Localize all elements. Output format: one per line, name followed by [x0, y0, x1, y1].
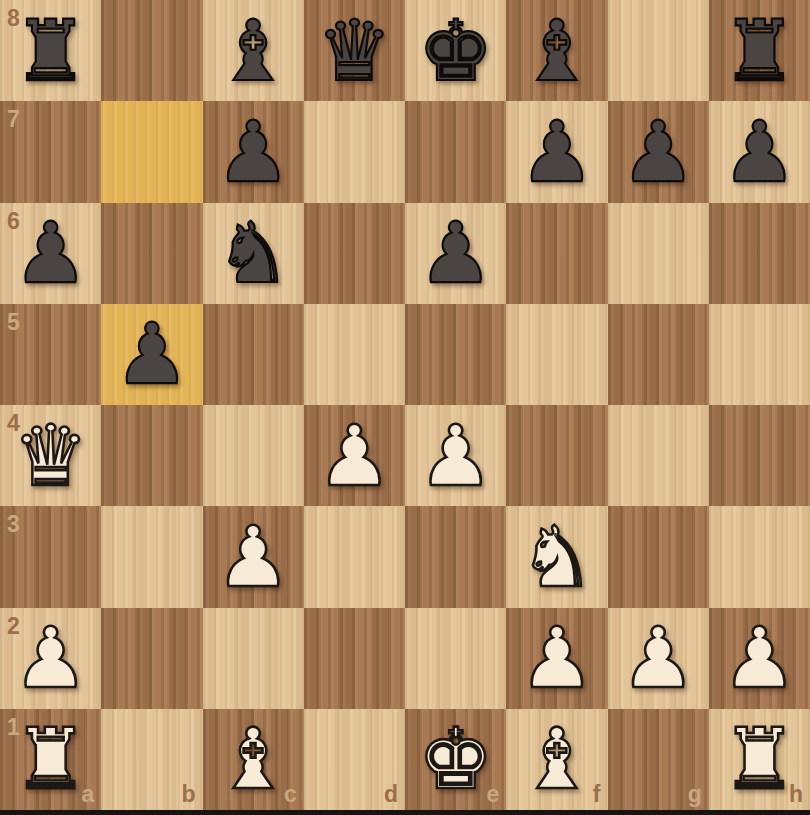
file-label-b: b	[181, 781, 195, 808]
square-b4[interactable]	[101, 405, 202, 506]
piece-black-queen[interactable]: ♛	[304, 0, 405, 101]
square-c3[interactable]: ♟	[203, 506, 304, 607]
square-a3[interactable]: 3	[0, 506, 101, 607]
piece-black-pawn[interactable]: ♟	[203, 101, 304, 202]
square-g8[interactable]	[608, 0, 709, 101]
square-h7[interactable]: ♟	[709, 101, 810, 202]
square-c5[interactable]	[203, 304, 304, 405]
piece-white-rook[interactable]: ♜	[0, 709, 101, 810]
square-a5[interactable]: 5	[0, 304, 101, 405]
square-a4[interactable]: 4♛	[0, 405, 101, 506]
piece-black-knight[interactable]: ♞	[203, 203, 304, 304]
piece-black-pawn[interactable]: ♟	[608, 101, 709, 202]
square-h1[interactable]: h♜	[709, 709, 810, 810]
piece-black-bishop[interactable]: ♝	[203, 0, 304, 101]
file-label-d: d	[384, 781, 398, 808]
file-label-g: g	[688, 781, 702, 808]
square-e2[interactable]	[405, 608, 506, 709]
piece-white-rook[interactable]: ♜	[709, 709, 810, 810]
square-b5[interactable]: ♟	[101, 304, 202, 405]
square-f4[interactable]	[506, 405, 607, 506]
rank-label-5: 5	[7, 309, 20, 336]
piece-white-king[interactable]: ♚	[405, 709, 506, 810]
chess-app-window: 8♜♝♛♚♝♜7♟♟♟♟6♟♞♟5♟4♛♟♟3♟♞2♟♟♟♟1a♜bc♝de♚f…	[0, 0, 810, 815]
square-d7[interactable]	[304, 101, 405, 202]
square-g4[interactable]	[608, 405, 709, 506]
piece-black-pawn[interactable]: ♟	[506, 101, 607, 202]
square-b7[interactable]	[101, 101, 202, 202]
piece-white-bishop[interactable]: ♝	[506, 709, 607, 810]
square-b1[interactable]: b	[101, 709, 202, 810]
square-a7[interactable]: 7	[0, 101, 101, 202]
square-e6[interactable]: ♟	[405, 203, 506, 304]
square-g3[interactable]	[608, 506, 709, 607]
square-b3[interactable]	[101, 506, 202, 607]
square-e7[interactable]	[405, 101, 506, 202]
square-g7[interactable]: ♟	[608, 101, 709, 202]
piece-white-pawn[interactable]: ♟	[203, 506, 304, 607]
piece-white-pawn[interactable]: ♟	[506, 608, 607, 709]
square-h2[interactable]: ♟	[709, 608, 810, 709]
square-d5[interactable]	[304, 304, 405, 405]
square-f6[interactable]	[506, 203, 607, 304]
square-g5[interactable]	[608, 304, 709, 405]
square-c7[interactable]: ♟	[203, 101, 304, 202]
square-f7[interactable]: ♟	[506, 101, 607, 202]
square-b6[interactable]	[101, 203, 202, 304]
square-e5[interactable]	[405, 304, 506, 405]
piece-black-pawn[interactable]: ♟	[709, 101, 810, 202]
window-edge-bar	[0, 810, 810, 815]
square-a2[interactable]: 2♟	[0, 608, 101, 709]
piece-black-pawn[interactable]: ♟	[405, 203, 506, 304]
piece-white-pawn[interactable]: ♟	[405, 405, 506, 506]
square-c1[interactable]: c♝	[203, 709, 304, 810]
square-c2[interactable]	[203, 608, 304, 709]
piece-white-bishop[interactable]: ♝	[203, 709, 304, 810]
square-c8[interactable]: ♝	[203, 0, 304, 101]
piece-white-queen[interactable]: ♛	[0, 405, 101, 506]
piece-black-pawn[interactable]: ♟	[0, 203, 101, 304]
square-d2[interactable]	[304, 608, 405, 709]
square-c6[interactable]: ♞	[203, 203, 304, 304]
square-f2[interactable]: ♟	[506, 608, 607, 709]
square-a6[interactable]: 6♟	[0, 203, 101, 304]
piece-white-pawn[interactable]: ♟	[608, 608, 709, 709]
square-b2[interactable]	[101, 608, 202, 709]
rank-label-3: 3	[7, 511, 20, 538]
square-b8[interactable]	[101, 0, 202, 101]
piece-white-pawn[interactable]: ♟	[0, 608, 101, 709]
square-g2[interactable]: ♟	[608, 608, 709, 709]
piece-black-pawn[interactable]: ♟	[101, 304, 202, 405]
square-g1[interactable]: g	[608, 709, 709, 810]
square-h5[interactable]	[709, 304, 810, 405]
square-d1[interactable]: d	[304, 709, 405, 810]
square-e3[interactable]	[405, 506, 506, 607]
square-d6[interactable]	[304, 203, 405, 304]
square-h3[interactable]	[709, 506, 810, 607]
piece-white-knight[interactable]: ♞	[506, 506, 607, 607]
square-h4[interactable]	[709, 405, 810, 506]
square-a1[interactable]: 1a♜	[0, 709, 101, 810]
square-e4[interactable]: ♟	[405, 405, 506, 506]
square-c4[interactable]	[203, 405, 304, 506]
piece-white-pawn[interactable]: ♟	[709, 608, 810, 709]
square-e8[interactable]: ♚	[405, 0, 506, 101]
square-d3[interactable]	[304, 506, 405, 607]
square-d4[interactable]: ♟	[304, 405, 405, 506]
square-h8[interactable]: ♜	[709, 0, 810, 101]
square-g6[interactable]	[608, 203, 709, 304]
chess-board: 8♜♝♛♚♝♜7♟♟♟♟6♟♞♟5♟4♛♟♟3♟♞2♟♟♟♟1a♜bc♝de♚f…	[0, 0, 810, 810]
square-e1[interactable]: e♚	[405, 709, 506, 810]
piece-black-king[interactable]: ♚	[405, 0, 506, 101]
piece-black-rook[interactable]: ♜	[709, 0, 810, 101]
square-f1[interactable]: f♝	[506, 709, 607, 810]
square-a8[interactable]: 8♜	[0, 0, 101, 101]
rank-label-7: 7	[7, 106, 20, 133]
square-f3[interactable]: ♞	[506, 506, 607, 607]
square-h6[interactable]	[709, 203, 810, 304]
piece-black-bishop[interactable]: ♝	[506, 0, 607, 101]
square-f8[interactable]: ♝	[506, 0, 607, 101]
piece-white-pawn[interactable]: ♟	[304, 405, 405, 506]
piece-black-rook[interactable]: ♜	[0, 0, 101, 101]
square-d8[interactable]: ♛	[304, 0, 405, 101]
square-f5[interactable]	[506, 304, 607, 405]
